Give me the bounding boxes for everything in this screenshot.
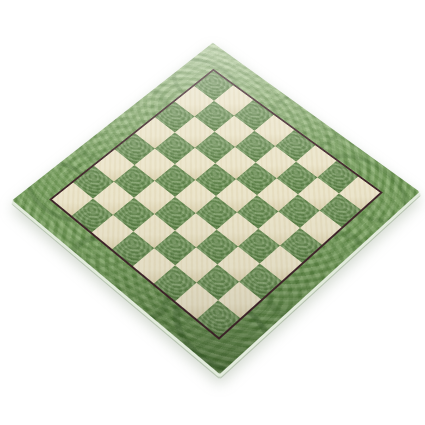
board-frame (12, 43, 419, 374)
inlay-line (49, 69, 383, 340)
board-lean (69, 49, 363, 343)
photo-background (0, 0, 425, 425)
board-tilt (12, 43, 419, 374)
board-grid (52, 71, 380, 337)
chess-board (72, 52, 360, 340)
